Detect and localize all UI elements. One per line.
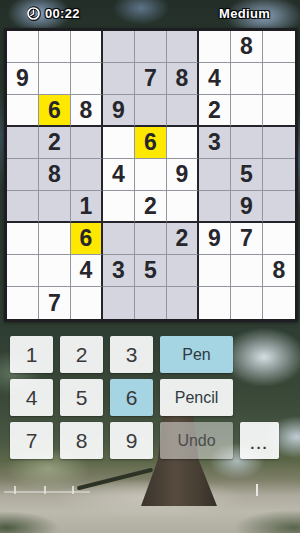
cell-r4c9[interactable] [263,127,295,159]
cell-r2c8[interactable] [231,63,263,95]
cell-r5c5[interactable] [135,159,167,191]
cell-r4c8[interactable] [231,127,263,159]
cell-r4c7[interactable]: 3 [199,127,231,159]
cell-r6c4[interactable] [103,191,135,223]
cell-r8c4[interactable]: 3 [103,255,135,287]
cell-r5c8[interactable]: 5 [231,159,263,191]
fence-rail [4,491,90,493]
keypad-5[interactable]: 5 [60,379,103,416]
cell-r1c1[interactable] [7,31,39,63]
cell-r7c9[interactable] [263,223,295,255]
cell-r3c1[interactable] [7,95,39,127]
pen-button[interactable]: Pen [160,336,233,373]
fence-post [72,486,74,494]
keypad-2[interactable]: 2 [60,336,103,373]
cell-r9c9[interactable] [263,287,295,319]
cell-r2c1[interactable]: 9 [7,63,39,95]
sudoku-board: 8978468922638495129629743587 [4,28,298,322]
cell-r6c3[interactable]: 1 [71,191,103,223]
sudoku-app-screen: 00:22 Medium 897846892263849512962974358… [0,0,300,533]
cell-r3c7[interactable]: 2 [199,95,231,127]
timer: 00:22 [26,6,80,21]
controls-panel: 1 2 3 4 5 6 7 8 9 Pen Pencil Undo ... [10,336,279,459]
cell-r9c1[interactable] [7,287,39,319]
cell-r7c8[interactable]: 7 [231,223,263,255]
keypad-6[interactable]: 6 [110,379,153,416]
cell-r5c1[interactable] [7,159,39,191]
cell-r8c9[interactable]: 8 [263,255,295,287]
cell-r9c4[interactable] [103,287,135,319]
cell-r6c7[interactable] [199,191,231,223]
keypad-4[interactable]: 4 [10,379,53,416]
cell-r3c8[interactable] [231,95,263,127]
cell-r5c6[interactable]: 9 [167,159,199,191]
cell-r8c7[interactable] [199,255,231,287]
cell-r5c7[interactable] [199,159,231,191]
cell-r1c4[interactable] [103,31,135,63]
cell-r7c4[interactable] [103,223,135,255]
keypad-9[interactable]: 9 [110,422,153,459]
status-bar: 00:22 Medium [0,2,300,24]
cell-r1c7[interactable] [199,31,231,63]
cell-r6c8[interactable]: 9 [231,191,263,223]
timer-value: 00:22 [45,6,80,21]
cell-r9c5[interactable] [135,287,167,319]
cell-r1c2[interactable] [39,31,71,63]
cell-r2c7[interactable]: 4 [199,63,231,95]
pencil-button[interactable]: Pencil [160,379,233,416]
cell-r8c1[interactable] [7,255,39,287]
fence-post [256,484,258,496]
cell-r8c2[interactable] [39,255,71,287]
fence-post [14,486,16,494]
cell-r8c5[interactable]: 5 [135,255,167,287]
cell-r7c2[interactable] [39,223,71,255]
cell-r6c2[interactable] [39,191,71,223]
difficulty-label: Medium [219,6,270,21]
cell-r7c7[interactable]: 9 [199,223,231,255]
cell-r1c8[interactable]: 8 [231,31,263,63]
keypad-8[interactable]: 8 [60,422,103,459]
cell-r3c2[interactable]: 6 [39,95,71,127]
cell-r8c8[interactable] [231,255,263,287]
cell-r3c4[interactable]: 9 [103,95,135,127]
cell-r5c2[interactable]: 8 [39,159,71,191]
cell-r1c5[interactable] [135,31,167,63]
cell-r4c3[interactable] [71,127,103,159]
cell-r7c5[interactable] [135,223,167,255]
cell-r4c1[interactable] [7,127,39,159]
clock-icon [26,6,41,21]
cell-r3c6[interactable] [167,95,199,127]
cell-r3c3[interactable]: 8 [71,95,103,127]
cell-r6c6[interactable] [167,191,199,223]
cell-r9c2[interactable]: 7 [39,287,71,319]
more-options-button[interactable]: ... [240,422,279,459]
cell-r3c5[interactable] [135,95,167,127]
cell-r7c3[interactable]: 6 [71,223,103,255]
cell-r9c7[interactable] [199,287,231,319]
fence-post [44,486,46,494]
cell-r5c9[interactable] [263,159,295,191]
cell-r2c2[interactable] [39,63,71,95]
cell-r8c3[interactable]: 4 [71,255,103,287]
cell-r4c6[interactable] [167,127,199,159]
tree-branch [77,468,154,491]
cell-r4c5[interactable]: 6 [135,127,167,159]
cell-r2c4[interactable] [103,63,135,95]
cell-r6c5[interactable]: 2 [135,191,167,223]
cell-r6c9[interactable] [263,191,295,223]
keypad-7[interactable]: 7 [10,422,53,459]
cell-r1c9[interactable] [263,31,295,63]
cell-r9c3[interactable] [71,287,103,319]
cell-r9c8[interactable] [231,287,263,319]
cell-r4c4[interactable] [103,127,135,159]
cell-r2c9[interactable] [263,63,295,95]
cell-r5c4[interactable]: 4 [103,159,135,191]
cell-r9c6[interactable] [167,287,199,319]
cell-r2c3[interactable] [71,63,103,95]
undo-button[interactable]: Undo [160,422,233,459]
cell-r8c6[interactable] [167,255,199,287]
cell-r1c3[interactable] [71,31,103,63]
keypad-1[interactable]: 1 [10,336,53,373]
cell-r5c3[interactable] [71,159,103,191]
keypad-3[interactable]: 3 [110,336,153,373]
cell-r6c1[interactable] [7,191,39,223]
cell-r1c6[interactable] [167,31,199,63]
cell-r4c2[interactable]: 2 [39,127,71,159]
cell-r7c1[interactable] [7,223,39,255]
cell-r3c9[interactable] [263,95,295,127]
cell-r7c6[interactable]: 2 [167,223,199,255]
cell-r2c6[interactable]: 8 [167,63,199,95]
cell-r2c5[interactable]: 7 [135,63,167,95]
